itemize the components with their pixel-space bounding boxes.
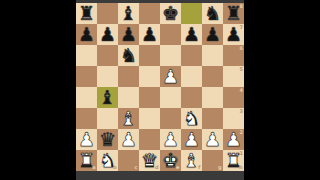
black-knight-icon[interactable]: ♞ [204, 3, 221, 24]
square-e3[interactable] [160, 108, 181, 129]
chess-board[interactable]: ♜♝♚♞♜8♟♟♟♟♟♟♟7♞6♟5♝4♝♞3♟♛♟♟♟♟♟2♜a♞bc♛d♚e… [76, 3, 244, 171]
square-f7[interactable]: ♟ [181, 24, 202, 45]
square-c6[interactable]: ♞ [118, 45, 139, 66]
square-d1[interactable]: ♛d [139, 150, 160, 171]
white-pawn-icon[interactable]: ♟ [204, 129, 221, 150]
square-g5[interactable] [202, 66, 223, 87]
square-b4[interactable]: ♝ [97, 87, 118, 108]
black-pawn-icon[interactable]: ♟ [78, 24, 95, 45]
square-h1[interactable]: ♜1h [223, 150, 244, 171]
black-pawn-icon[interactable]: ♟ [204, 24, 221, 45]
square-h3[interactable]: 3 [223, 108, 244, 129]
square-g1[interactable]: g [202, 150, 223, 171]
black-knight-icon[interactable]: ♞ [120, 45, 137, 66]
square-g2[interactable]: ♟ [202, 129, 223, 150]
black-bishop-icon[interactable]: ♝ [99, 87, 116, 108]
square-c2[interactable]: ♟ [118, 129, 139, 150]
black-bishop-icon[interactable]: ♝ [120, 3, 137, 24]
square-g8[interactable]: ♞ [202, 3, 223, 24]
square-d3[interactable] [139, 108, 160, 129]
white-bishop-icon[interactable]: ♝ [120, 108, 137, 129]
white-rook-icon[interactable]: ♜ [225, 150, 242, 171]
square-b1[interactable]: ♞b [97, 150, 118, 171]
square-b7[interactable]: ♟ [97, 24, 118, 45]
coordinate-file-g: g [218, 165, 222, 170]
square-e4[interactable] [160, 87, 181, 108]
square-h4[interactable]: 4 [223, 87, 244, 108]
square-c5[interactable] [118, 66, 139, 87]
square-b5[interactable] [97, 66, 118, 87]
white-knight-icon[interactable]: ♞ [99, 150, 116, 171]
square-d7[interactable]: ♟ [139, 24, 160, 45]
square-b3[interactable] [97, 108, 118, 129]
square-b6[interactable] [97, 45, 118, 66]
square-d4[interactable] [139, 87, 160, 108]
square-e2[interactable]: ♟ [160, 129, 181, 150]
square-e7[interactable] [160, 24, 181, 45]
square-a1[interactable]: ♜a [76, 150, 97, 171]
square-h7[interactable]: ♟7 [223, 24, 244, 45]
black-king-icon[interactable]: ♚ [162, 3, 179, 24]
square-f6[interactable] [181, 45, 202, 66]
black-pawn-icon[interactable]: ♟ [99, 24, 116, 45]
square-f5[interactable] [181, 66, 202, 87]
black-pawn-icon[interactable]: ♟ [120, 24, 137, 45]
square-b2[interactable]: ♛ [97, 129, 118, 150]
square-h2[interactable]: ♟2 [223, 129, 244, 150]
square-f3[interactable]: ♞ [181, 108, 202, 129]
square-d6[interactable] [139, 45, 160, 66]
square-f8[interactable] [181, 3, 202, 24]
square-g6[interactable] [202, 45, 223, 66]
square-c4[interactable] [118, 87, 139, 108]
white-queen-icon[interactable]: ♛ [141, 150, 158, 171]
coordinate-rank-4: 4 [240, 88, 243, 93]
square-a3[interactable] [76, 108, 97, 129]
square-c1[interactable]: c [118, 150, 139, 171]
square-c8[interactable]: ♝ [118, 3, 139, 24]
square-g7[interactable]: ♟ [202, 24, 223, 45]
square-f2[interactable]: ♟ [181, 129, 202, 150]
square-e1[interactable]: ♚e [160, 150, 181, 171]
coordinate-file-c: c [135, 165, 138, 170]
square-a7[interactable]: ♟ [76, 24, 97, 45]
white-bishop-icon[interactable]: ♝ [183, 150, 200, 171]
square-b8[interactable] [97, 3, 118, 24]
black-rook-icon[interactable]: ♜ [225, 3, 242, 24]
square-a6[interactable] [76, 45, 97, 66]
square-h8[interactable]: ♜8 [223, 3, 244, 24]
square-a8[interactable]: ♜ [76, 3, 97, 24]
square-a5[interactable] [76, 66, 97, 87]
white-pawn-icon[interactable]: ♟ [162, 129, 179, 150]
square-d5[interactable] [139, 66, 160, 87]
square-f4[interactable] [181, 87, 202, 108]
coordinate-rank-3: 3 [240, 109, 243, 114]
square-g3[interactable] [202, 108, 223, 129]
square-d2[interactable] [139, 129, 160, 150]
black-pawn-icon[interactable]: ♟ [141, 24, 158, 45]
square-d8[interactable] [139, 3, 160, 24]
square-g4[interactable] [202, 87, 223, 108]
square-a2[interactable]: ♟ [76, 129, 97, 150]
square-h5[interactable]: 5 [223, 66, 244, 87]
white-pawn-icon[interactable]: ♟ [78, 129, 95, 150]
screenshot-root: ♜♝♚♞♜8♟♟♟♟♟♟♟7♞6♟5♝4♝♞3♟♛♟♟♟♟♟2♜a♞bc♛d♚e… [0, 0, 320, 180]
coordinate-rank-6: 6 [240, 46, 243, 51]
white-knight-icon[interactable]: ♞ [183, 108, 200, 129]
white-pawn-icon[interactable]: ♟ [225, 129, 242, 150]
square-e6[interactable] [160, 45, 181, 66]
square-c7[interactable]: ♟ [118, 24, 139, 45]
square-e5[interactable]: ♟ [160, 66, 181, 87]
white-pawn-icon[interactable]: ♟ [162, 66, 179, 87]
white-pawn-icon[interactable]: ♟ [120, 129, 137, 150]
square-e8[interactable]: ♚ [160, 3, 181, 24]
white-rook-icon[interactable]: ♜ [78, 150, 95, 171]
black-rook-icon[interactable]: ♜ [78, 3, 95, 24]
black-pawn-icon[interactable]: ♟ [225, 24, 242, 45]
square-f1[interactable]: ♝f [181, 150, 202, 171]
coordinate-rank-5: 5 [240, 67, 243, 72]
white-king-icon[interactable]: ♚ [162, 150, 179, 171]
video-frame: ♜♝♚♞♜8♟♟♟♟♟♟♟7♞6♟5♝4♝♞3♟♛♟♟♟♟♟2♜a♞bc♛d♚e… [76, 0, 244, 180]
black-queen-icon[interactable]: ♛ [99, 129, 116, 150]
white-pawn-icon[interactable]: ♟ [183, 129, 200, 150]
square-c3[interactable]: ♝ [118, 108, 139, 129]
square-a4[interactable] [76, 87, 97, 108]
square-h6[interactable]: 6 [223, 45, 244, 66]
black-pawn-icon[interactable]: ♟ [183, 24, 200, 45]
